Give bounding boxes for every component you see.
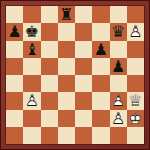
square-d8[interactable]: ♜ xyxy=(58,6,75,23)
square-h5[interactable] xyxy=(127,58,144,75)
black-pawn-icon: ♟ xyxy=(92,40,109,57)
square-a8[interactable] xyxy=(6,6,23,23)
piece-black-queen[interactable]: ♛ xyxy=(110,23,127,40)
square-e4[interactable] xyxy=(75,75,92,92)
piece-white-pawn[interactable]: ♟♙ xyxy=(127,23,144,40)
piece-black-pawn[interactable]: ♟ xyxy=(6,23,23,40)
white-pawn-icon: ♙ xyxy=(110,109,127,126)
square-e8[interactable] xyxy=(75,6,92,23)
square-b5[interactable] xyxy=(23,58,40,75)
square-a3[interactable] xyxy=(6,92,23,109)
square-c8[interactable] xyxy=(41,6,58,23)
square-h8[interactable] xyxy=(127,6,144,23)
square-g8[interactable] xyxy=(110,6,127,23)
piece-black-king[interactable]: ♚ xyxy=(23,23,40,40)
square-a5[interactable] xyxy=(6,58,23,75)
square-c3[interactable] xyxy=(41,92,58,109)
square-b8[interactable] xyxy=(23,6,40,23)
square-f5[interactable] xyxy=(92,58,109,75)
square-f8[interactable] xyxy=(92,6,109,23)
piece-black-bishop[interactable]: ♝ xyxy=(23,41,40,58)
square-c4[interactable] xyxy=(41,75,58,92)
black-queen-icon: ♛ xyxy=(110,23,127,40)
square-f6[interactable]: ♟ xyxy=(92,41,109,58)
square-c2[interactable] xyxy=(41,110,58,127)
square-g7[interactable]: ♛ xyxy=(110,23,127,40)
black-rook-icon: ♜ xyxy=(58,6,75,23)
square-e3[interactable] xyxy=(75,92,92,109)
black-king-icon: ♚ xyxy=(23,23,40,40)
piece-black-pawn[interactable]: ♟ xyxy=(92,41,109,58)
square-g1[interactable] xyxy=(110,127,127,144)
square-d4[interactable] xyxy=(58,75,75,92)
black-bishop-icon: ♝ xyxy=(23,40,40,57)
square-d2[interactable] xyxy=(58,110,75,127)
piece-white-pawn[interactable]: ♟♙ xyxy=(23,92,40,109)
square-b6[interactable]: ♝ xyxy=(23,41,40,58)
square-a1[interactable] xyxy=(6,127,23,144)
square-h6[interactable] xyxy=(127,41,144,58)
white-queen-icon: ♕ xyxy=(127,92,144,109)
square-c7[interactable] xyxy=(41,23,58,40)
square-b7[interactable]: ♚ xyxy=(23,23,40,40)
square-a4[interactable] xyxy=(6,75,23,92)
square-h2[interactable]: ♚♔ xyxy=(127,110,144,127)
square-e1[interactable] xyxy=(75,127,92,144)
piece-black-pawn[interactable]: ♟ xyxy=(110,58,127,75)
square-e5[interactable] xyxy=(75,58,92,75)
square-d5[interactable] xyxy=(58,58,75,75)
square-f2[interactable] xyxy=(92,110,109,127)
square-a2[interactable] xyxy=(6,110,23,127)
square-d3[interactable] xyxy=(58,92,75,109)
white-pawn-icon: ♙ xyxy=(23,92,40,109)
chess-board: ♜♟♚♛♟♙♝♟♟♟♙♟♙♛♕♟♙♚♔ xyxy=(6,6,144,144)
square-g2[interactable]: ♟♙ xyxy=(110,110,127,127)
square-g4[interactable] xyxy=(110,75,127,92)
square-f7[interactable] xyxy=(92,23,109,40)
square-e7[interactable] xyxy=(75,23,92,40)
square-b3[interactable]: ♟♙ xyxy=(23,92,40,109)
piece-white-pawn[interactable]: ♟♙ xyxy=(110,92,127,109)
piece-white-king[interactable]: ♚♔ xyxy=(127,110,144,127)
white-king-icon: ♔ xyxy=(127,109,144,126)
square-b1[interactable] xyxy=(23,127,40,144)
square-f4[interactable] xyxy=(92,75,109,92)
square-d6[interactable] xyxy=(58,41,75,58)
piece-white-queen[interactable]: ♛♕ xyxy=(127,92,144,109)
square-g3[interactable]: ♟♙ xyxy=(110,92,127,109)
square-b2[interactable] xyxy=(23,110,40,127)
square-e6[interactable] xyxy=(75,41,92,58)
square-f1[interactable] xyxy=(92,127,109,144)
square-h7[interactable]: ♟♙ xyxy=(127,23,144,40)
square-c6[interactable] xyxy=(41,41,58,58)
white-pawn-icon: ♙ xyxy=(110,92,127,109)
square-g6[interactable] xyxy=(110,41,127,58)
piece-white-pawn[interactable]: ♟♙ xyxy=(110,110,127,127)
piece-black-rook[interactable]: ♜ xyxy=(58,6,75,23)
square-c5[interactable] xyxy=(41,58,58,75)
square-g5[interactable]: ♟ xyxy=(110,58,127,75)
square-d7[interactable] xyxy=(58,23,75,40)
square-h1[interactable] xyxy=(127,127,144,144)
square-c1[interactable] xyxy=(41,127,58,144)
square-a6[interactable] xyxy=(6,41,23,58)
black-pawn-icon: ♟ xyxy=(6,23,23,40)
black-pawn-icon: ♟ xyxy=(110,57,127,74)
square-e2[interactable] xyxy=(75,110,92,127)
square-a7[interactable]: ♟ xyxy=(6,23,23,40)
white-pawn-icon: ♙ xyxy=(127,23,144,40)
square-d1[interactable] xyxy=(58,127,75,144)
board-frame: ♜♟♚♛♟♙♝♟♟♟♙♟♙♛♕♟♙♚♔ xyxy=(0,0,150,150)
square-h3[interactable]: ♛♕ xyxy=(127,92,144,109)
square-f3[interactable] xyxy=(92,92,109,109)
square-b4[interactable] xyxy=(23,75,40,92)
square-h4[interactable] xyxy=(127,75,144,92)
